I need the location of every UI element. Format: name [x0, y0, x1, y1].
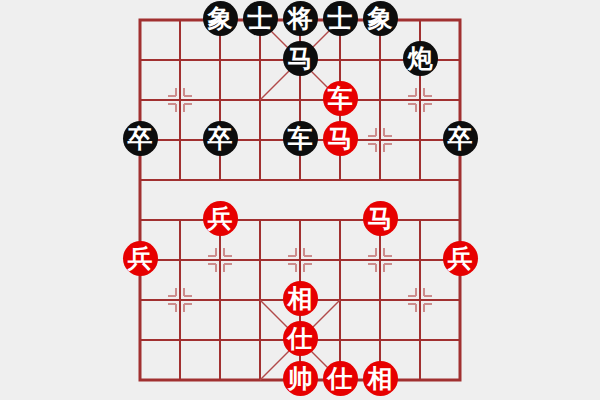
board-cell[interactable] — [240, 160, 280, 200]
board-cell[interactable] — [440, 160, 480, 200]
board-cell[interactable]: 卒 — [440, 120, 480, 160]
board-cell[interactable]: 士 — [320, 0, 360, 40]
piece-black-horse[interactable]: 马 — [283, 41, 318, 76]
board-cell[interactable] — [320, 200, 360, 240]
board-cell[interactable] — [160, 320, 200, 360]
board-cell[interactable]: 相 — [360, 360, 400, 400]
board-cell[interactable]: 象 — [200, 0, 240, 40]
board-cell[interactable] — [120, 360, 160, 400]
board-cell[interactable] — [320, 160, 360, 200]
board-cell[interactable] — [240, 320, 280, 360]
board-cell[interactable] — [160, 40, 200, 80]
board-cell[interactable] — [280, 240, 320, 280]
board-cell[interactable] — [360, 280, 400, 320]
board-cell[interactable] — [400, 160, 440, 200]
board-cell[interactable] — [160, 80, 200, 120]
board-cell[interactable]: 车 — [280, 120, 320, 160]
board-cell[interactable] — [320, 240, 360, 280]
board-cell[interactable] — [400, 360, 440, 400]
board-cell[interactable] — [360, 240, 400, 280]
board-cell[interactable] — [160, 160, 200, 200]
board-cell[interactable] — [280, 160, 320, 200]
board-cell[interactable]: 将 — [280, 0, 320, 40]
board-cell[interactable] — [440, 0, 480, 40]
piece-black-advisor[interactable]: 士 — [323, 1, 358, 36]
board-cell[interactable]: 马 — [360, 200, 400, 240]
piece-black-chariot[interactable]: 车 — [283, 121, 318, 156]
board-cell[interactable] — [120, 40, 160, 80]
piece-black-elephant[interactable]: 象 — [363, 1, 398, 36]
board-cell[interactable] — [360, 40, 400, 80]
board-cell[interactable] — [400, 320, 440, 360]
board-cell[interactable] — [360, 320, 400, 360]
board-cell[interactable]: 兵 — [120, 240, 160, 280]
board-cell[interactable] — [440, 280, 480, 320]
board-cell[interactable] — [160, 0, 200, 40]
piece-red-elephant[interactable]: 相 — [283, 281, 318, 316]
piece-red-chariot[interactable]: 车 — [323, 81, 358, 116]
board-cell[interactable] — [200, 80, 240, 120]
piece-black-soldier[interactable]: 卒 — [123, 121, 158, 156]
board-cell[interactable] — [200, 40, 240, 80]
xiangqi-board: 象士将士象马炮车卒卒车马卒兵马兵兵相仕帅仕相 — [120, 0, 480, 400]
board-cell[interactable] — [240, 40, 280, 80]
piece-red-soldier[interactable]: 兵 — [123, 241, 158, 276]
board-cell[interactable] — [160, 240, 200, 280]
board-cell[interactable]: 马 — [320, 120, 360, 160]
board-cell[interactable] — [120, 160, 160, 200]
board-cell[interactable] — [120, 320, 160, 360]
board-cell[interactable] — [200, 280, 240, 320]
board-cell[interactable] — [280, 200, 320, 240]
board-cell[interactable] — [120, 80, 160, 120]
board-cell[interactable] — [360, 160, 400, 200]
board-cell[interactable] — [160, 200, 200, 240]
board-cell[interactable] — [240, 200, 280, 240]
board-cell[interactable]: 仕 — [280, 320, 320, 360]
board-cell[interactable]: 炮 — [400, 40, 440, 80]
piece-red-horse[interactable]: 马 — [323, 121, 358, 156]
piece-black-soldier[interactable]: 卒 — [203, 121, 238, 156]
piece-red-soldier[interactable]: 兵 — [203, 201, 238, 236]
board-cell[interactable] — [160, 280, 200, 320]
board-cell[interactable] — [240, 120, 280, 160]
board-cell[interactable] — [280, 80, 320, 120]
board-cell[interactable] — [240, 360, 280, 400]
board-cell[interactable]: 车 — [320, 80, 360, 120]
board-cell[interactable] — [440, 320, 480, 360]
piece-red-horse[interactable]: 马 — [363, 201, 398, 236]
board-cell[interactable]: 象 — [360, 0, 400, 40]
board-cell[interactable] — [400, 80, 440, 120]
board-cell[interactable] — [200, 240, 240, 280]
piece-red-general[interactable]: 帅 — [283, 361, 318, 396]
board-cell[interactable] — [120, 280, 160, 320]
board-cell[interactable] — [360, 120, 400, 160]
piece-black-advisor[interactable]: 士 — [243, 1, 278, 36]
board-cell[interactable] — [440, 80, 480, 120]
board-cell[interactable] — [400, 120, 440, 160]
board-cell[interactable]: 相 — [280, 280, 320, 320]
piece-black-general[interactable]: 将 — [283, 1, 318, 36]
board-cell[interactable] — [120, 0, 160, 40]
board-cell[interactable]: 卒 — [200, 120, 240, 160]
piece-red-soldier[interactable]: 兵 — [443, 241, 478, 276]
board-cell[interactable] — [400, 0, 440, 40]
board-cell[interactable]: 卒 — [120, 120, 160, 160]
board-cell[interactable] — [400, 240, 440, 280]
board-cell[interactable] — [200, 360, 240, 400]
board-cell[interactable] — [320, 320, 360, 360]
piece-red-advisor[interactable]: 仕 — [283, 321, 318, 356]
board-cell[interactable]: 兵 — [440, 240, 480, 280]
piece-black-elephant[interactable]: 象 — [203, 1, 238, 36]
xiangqi-app: 象士将士象马炮车卒卒车马卒兵马兵兵相仕帅仕相 — [0, 0, 600, 400]
board-cell[interactable] — [240, 280, 280, 320]
board-cell[interactable] — [200, 320, 240, 360]
piece-red-advisor[interactable]: 仕 — [323, 361, 358, 396]
board-cell[interactable] — [320, 280, 360, 320]
board-cell[interactable] — [240, 80, 280, 120]
board-cell[interactable] — [320, 40, 360, 80]
board-cell[interactable] — [160, 120, 200, 160]
board-cell[interactable] — [360, 80, 400, 120]
board-cell[interactable] — [120, 200, 160, 240]
board-cell[interactable]: 马 — [280, 40, 320, 80]
board-cell[interactable]: 仕 — [320, 360, 360, 400]
board-cell[interactable] — [200, 160, 240, 200]
piece-black-soldier[interactable]: 卒 — [443, 121, 478, 156]
board-cell[interactable] — [440, 200, 480, 240]
board-cell[interactable]: 帅 — [280, 360, 320, 400]
board-cell[interactable] — [400, 200, 440, 240]
board-cell[interactable] — [240, 240, 280, 280]
board-cell[interactable] — [440, 360, 480, 400]
piece-red-elephant[interactable]: 相 — [363, 361, 398, 396]
piece-black-cannon[interactable]: 炮 — [403, 41, 438, 76]
board-cell[interactable]: 士 — [240, 0, 280, 40]
board-cell[interactable]: 兵 — [200, 200, 240, 240]
board-cell[interactable] — [400, 280, 440, 320]
board-cell[interactable] — [440, 40, 480, 80]
board-cell[interactable] — [160, 360, 200, 400]
